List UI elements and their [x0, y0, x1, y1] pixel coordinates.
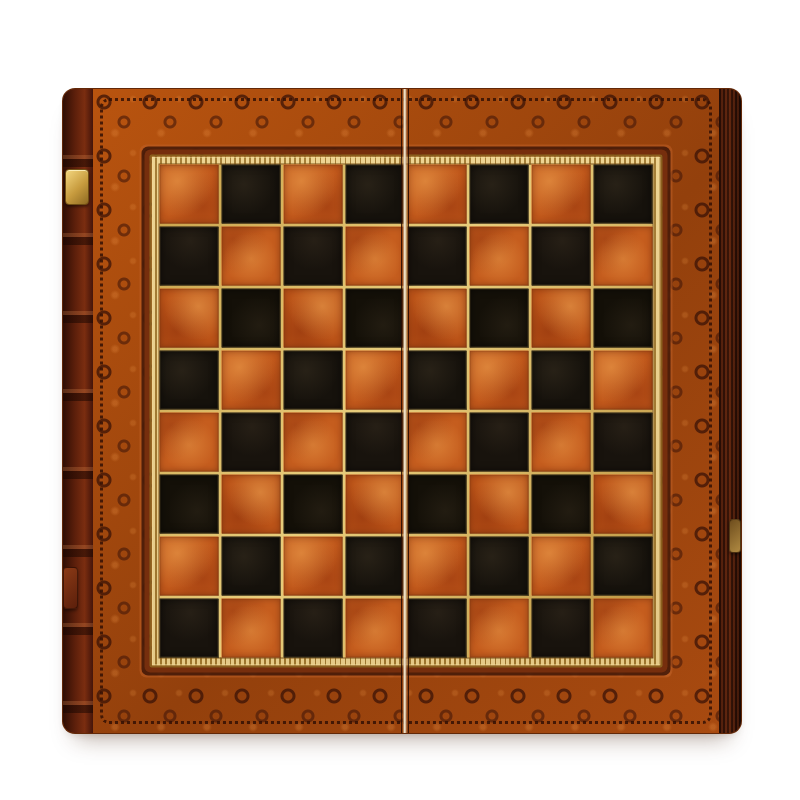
square-c4 [284, 413, 343, 472]
book-fore-edge-right [719, 89, 741, 733]
square-a7 [160, 227, 219, 286]
square-d6 [346, 289, 405, 348]
square-c7 [284, 227, 343, 286]
center-fold-seam [401, 89, 409, 733]
square-b4 [222, 413, 281, 472]
square-f4 [470, 413, 529, 472]
square-e2 [408, 537, 467, 596]
square-e8 [408, 165, 467, 224]
square-h3 [594, 475, 653, 534]
gold-clasp-left-icon [65, 169, 89, 205]
square-e3 [408, 475, 467, 534]
square-g6 [532, 289, 591, 348]
square-c5 [284, 351, 343, 410]
square-b8 [222, 165, 281, 224]
square-a2 [160, 537, 219, 596]
square-b2 [222, 537, 281, 596]
square-f3 [470, 475, 529, 534]
photo-background [0, 0, 800, 800]
square-g3 [532, 475, 591, 534]
square-g8 [532, 165, 591, 224]
square-f5 [470, 351, 529, 410]
square-a6 [160, 289, 219, 348]
square-d3 [346, 475, 405, 534]
square-a3 [160, 475, 219, 534]
square-a4 [160, 413, 219, 472]
square-h4 [594, 413, 653, 472]
square-e5 [408, 351, 467, 410]
square-d4 [346, 413, 405, 472]
square-h5 [594, 351, 653, 410]
square-b1 [222, 599, 281, 658]
square-g1 [532, 599, 591, 658]
square-h1 [594, 599, 653, 658]
square-a5 [160, 351, 219, 410]
square-h7 [594, 227, 653, 286]
square-b3 [222, 475, 281, 534]
square-f8 [470, 165, 529, 224]
square-c1 [284, 599, 343, 658]
square-c8 [284, 165, 343, 224]
square-d5 [346, 351, 405, 410]
square-e1 [408, 599, 467, 658]
square-f7 [470, 227, 529, 286]
square-b6 [222, 289, 281, 348]
square-h8 [594, 165, 653, 224]
square-c3 [284, 475, 343, 534]
square-d8 [346, 165, 405, 224]
square-e7 [408, 227, 467, 286]
square-c2 [284, 537, 343, 596]
square-f1 [470, 599, 529, 658]
clasp-right-icon [729, 519, 741, 553]
square-e6 [408, 289, 467, 348]
square-h2 [594, 537, 653, 596]
square-a8 [160, 165, 219, 224]
square-b5 [222, 351, 281, 410]
square-g7 [532, 227, 591, 286]
square-g4 [532, 413, 591, 472]
square-g5 [532, 351, 591, 410]
leather-hinge-left-icon [63, 567, 78, 609]
square-h6 [594, 289, 653, 348]
square-e4 [408, 413, 467, 472]
square-d2 [346, 537, 405, 596]
square-b7 [222, 227, 281, 286]
square-a1 [160, 599, 219, 658]
square-d1 [346, 599, 405, 658]
square-g2 [532, 537, 591, 596]
chessboard-book [62, 88, 742, 734]
square-c6 [284, 289, 343, 348]
square-f2 [470, 537, 529, 596]
square-d7 [346, 227, 405, 286]
square-f6 [470, 289, 529, 348]
